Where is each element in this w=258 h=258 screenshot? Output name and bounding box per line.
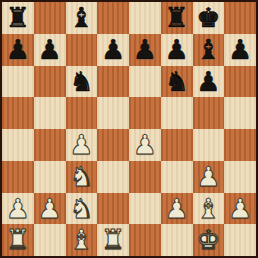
square-c7[interactable] (66, 34, 98, 66)
square-a1[interactable]: ♜ (2, 224, 34, 256)
piece-black-rook[interactable]: ♜ (6, 2, 30, 34)
piece-white-pawn[interactable]: ♟ (228, 193, 252, 225)
square-e6[interactable] (129, 66, 161, 98)
piece-white-pawn[interactable]: ♟ (196, 161, 220, 193)
square-d3[interactable] (97, 161, 129, 193)
square-h2[interactable]: ♟ (224, 193, 256, 225)
square-b3[interactable] (34, 161, 66, 193)
square-h4[interactable] (224, 129, 256, 161)
square-e2[interactable] (129, 193, 161, 225)
square-b8[interactable] (34, 2, 66, 34)
piece-black-pawn[interactable]: ♟ (101, 34, 125, 66)
square-f7[interactable]: ♟ (161, 34, 193, 66)
square-e5[interactable] (129, 97, 161, 129)
square-b1[interactable] (34, 224, 66, 256)
square-d7[interactable]: ♟ (97, 34, 129, 66)
square-c5[interactable] (66, 97, 98, 129)
square-g7[interactable]: ♝ (193, 34, 225, 66)
piece-white-knight[interactable]: ♞ (69, 161, 93, 193)
square-b4[interactable] (34, 129, 66, 161)
square-h7[interactable]: ♟ (224, 34, 256, 66)
square-c4[interactable]: ♟ (66, 129, 98, 161)
piece-white-pawn[interactable]: ♟ (133, 129, 157, 161)
piece-white-king[interactable]: ♚ (196, 224, 220, 256)
square-f2[interactable]: ♟ (161, 193, 193, 225)
square-h3[interactable] (224, 161, 256, 193)
piece-black-pawn[interactable]: ♟ (228, 34, 252, 66)
square-g5[interactable] (193, 97, 225, 129)
square-a4[interactable] (2, 129, 34, 161)
square-f5[interactable] (161, 97, 193, 129)
piece-black-king[interactable]: ♚ (196, 2, 220, 34)
piece-white-rook[interactable]: ♜ (6, 224, 30, 256)
square-f8[interactable]: ♜ (161, 2, 193, 34)
square-a6[interactable] (2, 66, 34, 98)
piece-black-pawn[interactable]: ♟ (196, 66, 220, 98)
piece-white-rook[interactable]: ♜ (101, 224, 125, 256)
square-g3[interactable]: ♟ (193, 161, 225, 193)
piece-black-pawn[interactable]: ♟ (38, 34, 62, 66)
square-c1[interactable]: ♝ (66, 224, 98, 256)
square-h6[interactable] (224, 66, 256, 98)
square-e7[interactable]: ♟ (129, 34, 161, 66)
square-a2[interactable]: ♟ (2, 193, 34, 225)
square-g1[interactable]: ♚ (193, 224, 225, 256)
piece-black-knight[interactable]: ♞ (69, 66, 93, 98)
square-a3[interactable] (2, 161, 34, 193)
square-h5[interactable] (224, 97, 256, 129)
piece-white-bishop[interactable]: ♝ (69, 224, 93, 256)
piece-white-bishop[interactable]: ♝ (196, 193, 220, 225)
chess-board-frame: ♜♝♜♚♟♟♟♟♟♝♟♞♞♟♟♟♞♟♟♟♞♟♝♟♜♝♜♚ (0, 0, 258, 258)
piece-black-bishop[interactable]: ♝ (69, 2, 93, 34)
square-b6[interactable] (34, 66, 66, 98)
square-g4[interactable] (193, 129, 225, 161)
square-b7[interactable]: ♟ (34, 34, 66, 66)
square-d2[interactable] (97, 193, 129, 225)
square-d6[interactable] (97, 66, 129, 98)
square-c8[interactable]: ♝ (66, 2, 98, 34)
piece-black-knight[interactable]: ♞ (165, 66, 189, 98)
square-h1[interactable] (224, 224, 256, 256)
square-f3[interactable] (161, 161, 193, 193)
square-d1[interactable]: ♜ (97, 224, 129, 256)
piece-white-pawn[interactable]: ♟ (38, 193, 62, 225)
square-c3[interactable]: ♞ (66, 161, 98, 193)
square-f4[interactable] (161, 129, 193, 161)
square-d5[interactable] (97, 97, 129, 129)
square-a8[interactable]: ♜ (2, 2, 34, 34)
square-c2[interactable]: ♞ (66, 193, 98, 225)
square-e8[interactable] (129, 2, 161, 34)
square-b2[interactable]: ♟ (34, 193, 66, 225)
square-d4[interactable] (97, 129, 129, 161)
square-a7[interactable]: ♟ (2, 34, 34, 66)
piece-black-bishop[interactable]: ♝ (196, 34, 220, 66)
piece-black-pawn[interactable]: ♟ (165, 34, 189, 66)
piece-white-pawn[interactable]: ♟ (165, 193, 189, 225)
square-a5[interactable] (2, 97, 34, 129)
square-f6[interactable]: ♞ (161, 66, 193, 98)
square-e1[interactable] (129, 224, 161, 256)
square-g2[interactable]: ♝ (193, 193, 225, 225)
square-g8[interactable]: ♚ (193, 2, 225, 34)
piece-white-pawn[interactable]: ♟ (6, 193, 30, 225)
square-g6[interactable]: ♟ (193, 66, 225, 98)
piece-black-pawn[interactable]: ♟ (133, 34, 157, 66)
square-e3[interactable] (129, 161, 161, 193)
piece-white-pawn[interactable]: ♟ (69, 129, 93, 161)
square-c6[interactable]: ♞ (66, 66, 98, 98)
square-e4[interactable]: ♟ (129, 129, 161, 161)
square-h8[interactable] (224, 2, 256, 34)
square-d8[interactable] (97, 2, 129, 34)
piece-black-pawn[interactable]: ♟ (6, 34, 30, 66)
chess-board: ♜♝♜♚♟♟♟♟♟♝♟♞♞♟♟♟♞♟♟♟♞♟♝♟♜♝♜♚ (2, 2, 256, 256)
square-f1[interactable] (161, 224, 193, 256)
piece-white-knight[interactable]: ♞ (69, 193, 93, 225)
piece-black-rook[interactable]: ♜ (165, 2, 189, 34)
square-b5[interactable] (34, 97, 66, 129)
